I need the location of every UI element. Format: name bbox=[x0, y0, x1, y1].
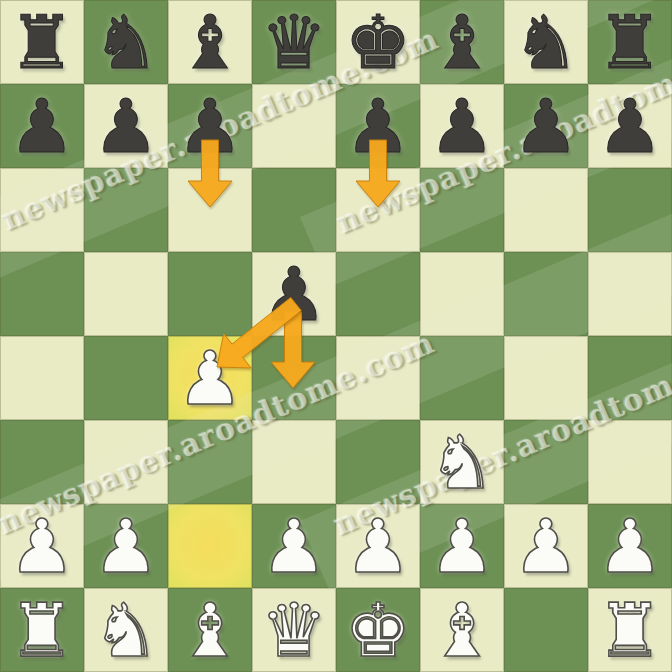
square-b1[interactable]: ♞ bbox=[84, 588, 168, 672]
square-b8[interactable]: ♞ bbox=[84, 0, 168, 84]
square-h6[interactable] bbox=[588, 168, 672, 252]
square-h2[interactable]: ♟ bbox=[588, 504, 672, 588]
white-bishop-f1[interactable]: ♝ bbox=[420, 588, 504, 672]
chess-board: ♜♞♝♛♚♝♞♜♟♟♟♟♟♟♟♟♟♞♟♟♟♟♟♟♟♜♞♝♛♚♝♜ bbox=[0, 0, 672, 672]
square-e7[interactable]: ♟ bbox=[336, 84, 420, 168]
black-pawn-g7[interactable]: ♟ bbox=[504, 84, 588, 168]
square-c1[interactable]: ♝ bbox=[168, 588, 252, 672]
square-d6[interactable] bbox=[252, 168, 336, 252]
square-h8[interactable]: ♜ bbox=[588, 0, 672, 84]
square-g7[interactable]: ♟ bbox=[504, 84, 588, 168]
square-b2[interactable]: ♟ bbox=[84, 504, 168, 588]
square-e4[interactable] bbox=[336, 336, 420, 420]
square-a6[interactable] bbox=[0, 168, 84, 252]
square-f4[interactable] bbox=[420, 336, 504, 420]
square-c7[interactable]: ♟ bbox=[168, 84, 252, 168]
black-pawn-a7[interactable]: ♟ bbox=[0, 84, 84, 168]
square-f7[interactable]: ♟ bbox=[420, 84, 504, 168]
white-knight-b1[interactable]: ♞ bbox=[84, 588, 168, 672]
white-pawn-f2[interactable]: ♟ bbox=[420, 504, 504, 588]
square-a2[interactable]: ♟ bbox=[0, 504, 84, 588]
square-c8[interactable]: ♝ bbox=[168, 0, 252, 84]
square-f6[interactable] bbox=[420, 168, 504, 252]
black-pawn-d5[interactable]: ♟ bbox=[252, 252, 336, 336]
square-d5[interactable]: ♟ bbox=[252, 252, 336, 336]
black-king-e8[interactable]: ♚ bbox=[336, 0, 420, 84]
square-d1[interactable]: ♛ bbox=[252, 588, 336, 672]
square-h5[interactable] bbox=[588, 252, 672, 336]
black-rook-h8[interactable]: ♜ bbox=[588, 0, 672, 84]
square-c3[interactable] bbox=[168, 420, 252, 504]
square-b7[interactable]: ♟ bbox=[84, 84, 168, 168]
white-pawn-h2[interactable]: ♟ bbox=[588, 504, 672, 588]
square-c2[interactable] bbox=[168, 504, 252, 588]
square-c5[interactable] bbox=[168, 252, 252, 336]
black-pawn-c7[interactable]: ♟ bbox=[168, 84, 252, 168]
square-a4[interactable] bbox=[0, 336, 84, 420]
white-bishop-c1[interactable]: ♝ bbox=[168, 588, 252, 672]
square-a1[interactable]: ♜ bbox=[0, 588, 84, 672]
white-pawn-a2[interactable]: ♟ bbox=[0, 504, 84, 588]
white-knight-f3[interactable]: ♞ bbox=[420, 420, 504, 504]
white-pawn-e2[interactable]: ♟ bbox=[336, 504, 420, 588]
square-b4[interactable] bbox=[84, 336, 168, 420]
square-f5[interactable] bbox=[420, 252, 504, 336]
square-e8[interactable]: ♚ bbox=[336, 0, 420, 84]
black-queen-d8[interactable]: ♛ bbox=[252, 0, 336, 84]
white-queen-d1[interactable]: ♛ bbox=[252, 588, 336, 672]
square-c4[interactable]: ♟ bbox=[168, 336, 252, 420]
square-b3[interactable] bbox=[84, 420, 168, 504]
black-rook-a8[interactable]: ♜ bbox=[0, 0, 84, 84]
square-g4[interactable] bbox=[504, 336, 588, 420]
square-e1[interactable]: ♚ bbox=[336, 588, 420, 672]
square-h4[interactable] bbox=[588, 336, 672, 420]
square-g5[interactable] bbox=[504, 252, 588, 336]
square-d4[interactable] bbox=[252, 336, 336, 420]
black-knight-b8[interactable]: ♞ bbox=[84, 0, 168, 84]
white-rook-a1[interactable]: ♜ bbox=[0, 588, 84, 672]
square-a7[interactable]: ♟ bbox=[0, 84, 84, 168]
square-h3[interactable] bbox=[588, 420, 672, 504]
square-f3[interactable]: ♞ bbox=[420, 420, 504, 504]
square-f8[interactable]: ♝ bbox=[420, 0, 504, 84]
white-pawn-d2[interactable]: ♟ bbox=[252, 504, 336, 588]
white-king-e1[interactable]: ♚ bbox=[336, 588, 420, 672]
white-pawn-g2[interactable]: ♟ bbox=[504, 504, 588, 588]
square-e5[interactable] bbox=[336, 252, 420, 336]
square-h7[interactable]: ♟ bbox=[588, 84, 672, 168]
black-pawn-f7[interactable]: ♟ bbox=[420, 84, 504, 168]
square-g6[interactable] bbox=[504, 168, 588, 252]
square-d7[interactable] bbox=[252, 84, 336, 168]
square-a3[interactable] bbox=[0, 420, 84, 504]
white-rook-h1[interactable]: ♜ bbox=[588, 588, 672, 672]
square-d2[interactable]: ♟ bbox=[252, 504, 336, 588]
square-c6[interactable] bbox=[168, 168, 252, 252]
square-e3[interactable] bbox=[336, 420, 420, 504]
square-d3[interactable] bbox=[252, 420, 336, 504]
black-knight-g8[interactable]: ♞ bbox=[504, 0, 588, 84]
black-bishop-c8[interactable]: ♝ bbox=[168, 0, 252, 84]
black-pawn-h7[interactable]: ♟ bbox=[588, 84, 672, 168]
square-g2[interactable]: ♟ bbox=[504, 504, 588, 588]
square-f1[interactable]: ♝ bbox=[420, 588, 504, 672]
square-g3[interactable] bbox=[504, 420, 588, 504]
square-g1[interactable] bbox=[504, 588, 588, 672]
black-pawn-e7[interactable]: ♟ bbox=[336, 84, 420, 168]
square-a8[interactable]: ♜ bbox=[0, 0, 84, 84]
black-bishop-f8[interactable]: ♝ bbox=[420, 0, 504, 84]
black-pawn-b7[interactable]: ♟ bbox=[84, 84, 168, 168]
square-e2[interactable]: ♟ bbox=[336, 504, 420, 588]
square-f2[interactable]: ♟ bbox=[420, 504, 504, 588]
square-h1[interactable]: ♜ bbox=[588, 588, 672, 672]
square-b5[interactable] bbox=[84, 252, 168, 336]
white-pawn-c4[interactable]: ♟ bbox=[168, 336, 252, 420]
square-b6[interactable] bbox=[84, 168, 168, 252]
square-a5[interactable] bbox=[0, 252, 84, 336]
square-d8[interactable]: ♛ bbox=[252, 0, 336, 84]
square-g8[interactable]: ♞ bbox=[504, 0, 588, 84]
square-e6[interactable] bbox=[336, 168, 420, 252]
white-pawn-b2[interactable]: ♟ bbox=[84, 504, 168, 588]
chess-board-screenshot: ♜♞♝♛♚♝♞♜♟♟♟♟♟♟♟♟♟♞♟♟♟♟♟♟♟♜♞♝♛♚♝♜ newspap… bbox=[0, 0, 672, 672]
